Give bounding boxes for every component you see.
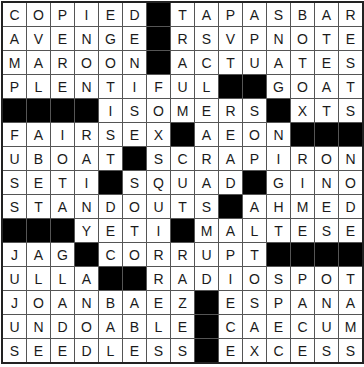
letter-cell-r7c15[interactable]: N: [339, 147, 362, 170]
black-cell-r3c7: [147, 51, 170, 74]
letter-cell-r9c7[interactable]: U: [147, 195, 170, 218]
letter-cell-r11c11[interactable]: T: [243, 243, 266, 266]
letter-cell-r6c1[interactable]: F: [3, 123, 26, 146]
letter-cell-r3c10[interactable]: T: [219, 51, 242, 74]
letter-cell-r9c1[interactable]: S: [3, 195, 26, 218]
letter-cell-r9c3[interactable]: A: [51, 195, 74, 218]
letter-cell-r10c7[interactable]: I: [147, 219, 170, 242]
letter-cell-r12c3[interactable]: L: [51, 267, 74, 290]
letter-cell-r10c11[interactable]: L: [243, 219, 266, 242]
letter-cell-r6c3[interactable]: I: [51, 123, 74, 146]
letter-cell-r8c9[interactable]: A: [195, 171, 218, 194]
letter-cell-r2c12[interactable]: N: [267, 27, 290, 50]
letter-cell-r5c5[interactable]: I: [99, 99, 122, 122]
letter-cell-r1c15[interactable]: R: [339, 3, 362, 26]
letter-cell-r4c1[interactable]: P: [3, 75, 26, 98]
letter-cell-r2c10[interactable]: V: [219, 27, 242, 50]
letter-cell-r12c14[interactable]: O: [315, 267, 338, 290]
letter-cell-r7c12[interactable]: I: [267, 147, 290, 170]
black-cell-r2c7: [147, 27, 170, 50]
letter-cell-r8c1[interactable]: S: [3, 171, 26, 194]
letter-cell-r2c11[interactable]: P: [243, 27, 266, 50]
letter-cell-r15c4[interactable]: D: [75, 339, 98, 362]
letter-cell-r9c8[interactable]: T: [171, 195, 194, 218]
letter-cell-r2c4[interactable]: N: [75, 27, 98, 50]
crossword-grid: COPIEDTAPASBARAVENGERSVPNOTEMAROONACTUAT…: [1, 1, 364, 364]
letter-cell-r7c1[interactable]: U: [3, 147, 26, 170]
letter-cell-r2c8[interactable]: R: [171, 27, 194, 50]
letter-cell-r3c5[interactable]: O: [99, 51, 122, 74]
letter-cell-r2c1[interactable]: A: [3, 27, 26, 50]
letter-cell-r5c7[interactable]: O: [147, 99, 170, 122]
letter-cell-r13c8[interactable]: Z: [171, 291, 194, 314]
black-cell-r8c11: [243, 171, 266, 194]
letter-cell-r11c1[interactable]: J: [3, 243, 26, 266]
letter-cell-r14c10[interactable]: C: [219, 315, 242, 338]
letter-cell-r14c12[interactable]: E: [267, 315, 290, 338]
letter-cell-r13c5[interactable]: B: [99, 291, 122, 314]
black-cell-r15c9: [195, 339, 218, 362]
letter-cell-r8c6[interactable]: S: [123, 171, 146, 194]
letter-cell-r10c5[interactable]: E: [99, 219, 122, 242]
black-cell-r9c10: [219, 195, 242, 218]
letter-cell-r8c15[interactable]: O: [339, 171, 362, 194]
letter-cell-r14c15[interactable]: M: [339, 315, 362, 338]
black-cell-r6c13: [291, 123, 314, 146]
letter-cell-r6c5[interactable]: S: [99, 123, 122, 146]
letter-cell-r5c13[interactable]: X: [291, 99, 314, 122]
letter-cell-r2c13[interactable]: O: [291, 27, 314, 50]
letter-cell-r4c5[interactable]: T: [99, 75, 122, 98]
letter-cell-r7c8[interactable]: C: [171, 147, 194, 170]
letter-cell-r1c10[interactable]: P: [219, 3, 242, 26]
letter-cell-r10c4[interactable]: Y: [75, 219, 98, 242]
letter-cell-r7c9[interactable]: R: [195, 147, 218, 170]
black-cell-r11c15: [339, 243, 362, 266]
letter-cell-r12c9[interactable]: D: [195, 267, 218, 290]
black-cell-r10c2: [27, 219, 50, 242]
letter-cell-r6c9[interactable]: A: [195, 123, 218, 146]
letter-cell-r12c2[interactable]: L: [27, 267, 50, 290]
letter-cell-r4c9[interactable]: L: [195, 75, 218, 98]
letter-cell-r15c6[interactable]: E: [123, 339, 146, 362]
black-cell-r10c3: [51, 219, 74, 242]
black-cell-r10c1: [3, 219, 26, 242]
black-cell-r11c13: [291, 243, 314, 266]
letter-cell-r11c9[interactable]: U: [195, 243, 218, 266]
crossword-page: COPIEDTAPASBARAVENGERSVPNOTEMAROONACTUAT…: [0, 0, 364, 365]
letter-cell-r2c9[interactable]: S: [195, 27, 218, 50]
letter-cell-r14c2[interactable]: N: [27, 315, 50, 338]
letter-cell-r10c13[interactable]: E: [291, 219, 314, 242]
letter-cell-r5c10[interactable]: R: [219, 99, 242, 122]
letter-cell-r1c13[interactable]: B: [291, 3, 314, 26]
black-cell-r5c3: [51, 99, 74, 122]
letter-cell-r8c8[interactable]: U: [171, 171, 194, 194]
letter-cell-r9c9[interactable]: S: [195, 195, 218, 218]
letter-cell-r8c10[interactable]: D: [219, 171, 242, 194]
black-cell-r5c1: [3, 99, 26, 122]
letter-cell-r3c6[interactable]: N: [123, 51, 146, 74]
letter-cell-r4c8[interactable]: U: [171, 75, 194, 98]
letter-cell-r9c14[interactable]: E: [315, 195, 338, 218]
letter-cell-r8c14[interactable]: N: [315, 171, 338, 194]
letter-cell-r14c11[interactable]: A: [243, 315, 266, 338]
letter-cell-r6c4[interactable]: R: [75, 123, 98, 146]
letter-cell-r14c14[interactable]: U: [315, 315, 338, 338]
letter-cell-r1c12[interactable]: S: [267, 3, 290, 26]
letter-cell-r8c7[interactable]: Q: [147, 171, 170, 194]
letter-cell-r3c15[interactable]: S: [339, 51, 362, 74]
letter-cell-r7c5[interactable]: T: [99, 147, 122, 170]
letter-cell-r1c2[interactable]: O: [27, 3, 50, 26]
black-cell-r11c12: [267, 243, 290, 266]
black-cell-r6c8: [171, 123, 194, 146]
letter-cell-r4c12[interactable]: G: [267, 75, 290, 98]
letter-cell-r10c14[interactable]: S: [315, 219, 338, 242]
letter-cell-r14c3[interactable]: D: [51, 315, 74, 338]
letter-cell-r14c6[interactable]: B: [123, 315, 146, 338]
letter-cell-r6c6[interactable]: E: [123, 123, 146, 146]
letter-cell-r5c6[interactable]: S: [123, 99, 146, 122]
letter-cell-r13c12[interactable]: P: [267, 291, 290, 314]
letter-cell-r4c3[interactable]: E: [51, 75, 74, 98]
letter-cell-r11c8[interactable]: R: [171, 243, 194, 266]
letter-cell-r12c7[interactable]: R: [147, 267, 170, 290]
black-cell-r5c2: [27, 99, 50, 122]
letter-cell-r3c14[interactable]: E: [315, 51, 338, 74]
letter-cell-r3c4[interactable]: O: [75, 51, 98, 74]
black-cell-r10c8: [171, 219, 194, 242]
letter-cell-r15c12[interactable]: C: [267, 339, 290, 362]
black-cell-r12c6: [123, 267, 146, 290]
letter-cell-r3c8[interactable]: A: [171, 51, 194, 74]
letter-cell-r8c2[interactable]: E: [27, 171, 50, 194]
letter-cell-r8c12[interactable]: G: [267, 171, 290, 194]
letter-cell-r13c3[interactable]: A: [51, 291, 74, 314]
letter-cell-r12c4[interactable]: A: [75, 267, 98, 290]
letter-cell-r8c4[interactable]: I: [75, 171, 98, 194]
letter-cell-r7c2[interactable]: B: [27, 147, 50, 170]
letter-cell-r9c15[interactable]: D: [339, 195, 362, 218]
letter-cell-r6c2[interactable]: A: [27, 123, 50, 146]
black-cell-r8c5: [99, 171, 122, 194]
letter-cell-r13c15[interactable]: A: [339, 291, 362, 314]
letter-cell-r7c4[interactable]: A: [75, 147, 98, 170]
letter-cell-r14c1[interactable]: U: [3, 315, 26, 338]
letter-cell-r14c8[interactable]: E: [171, 315, 194, 338]
letter-cell-r2c6[interactable]: E: [123, 27, 146, 50]
letter-cell-r15c10[interactable]: E: [219, 339, 242, 362]
black-cell-r7c6: [123, 147, 146, 170]
letter-cell-r12c15[interactable]: T: [339, 267, 362, 290]
letter-cell-r14c4[interactable]: O: [75, 315, 98, 338]
letter-cell-r1c11[interactable]: A: [243, 3, 266, 26]
letter-cell-r3c11[interactable]: U: [243, 51, 266, 74]
letter-cell-r12c8[interactable]: A: [171, 267, 194, 290]
black-cell-r4c11: [243, 75, 266, 98]
letter-cell-r1c9[interactable]: A: [195, 3, 218, 26]
black-cell-r12c5: [99, 267, 122, 290]
letter-cell-r2c5[interactable]: G: [99, 27, 122, 50]
letter-cell-r3c3[interactable]: R: [51, 51, 74, 74]
letter-cell-r5c11[interactable]: S: [243, 99, 266, 122]
black-cell-r4c10: [219, 75, 242, 98]
black-cell-r11c14: [315, 243, 338, 266]
letter-cell-r7c7[interactable]: S: [147, 147, 170, 170]
letter-cell-r9c12[interactable]: H: [267, 195, 290, 218]
letter-cell-r15c11[interactable]: X: [243, 339, 266, 362]
letter-cell-r15c2[interactable]: E: [27, 339, 50, 362]
letter-cell-r14c7[interactable]: L: [147, 315, 170, 338]
letter-cell-r13c4[interactable]: N: [75, 291, 98, 314]
letter-cell-r4c7[interactable]: F: [147, 75, 170, 98]
letter-cell-r15c14[interactable]: S: [315, 339, 338, 362]
letter-cell-r9c13[interactable]: M: [291, 195, 314, 218]
letter-cell-r5c14[interactable]: T: [315, 99, 338, 122]
letter-cell-r15c15[interactable]: S: [339, 339, 362, 362]
letter-cell-r7c11[interactable]: P: [243, 147, 266, 170]
black-cell-r6c15: [339, 123, 362, 146]
letter-cell-r1c4[interactable]: I: [75, 3, 98, 26]
black-cell-r14c9: [195, 315, 218, 338]
letter-cell-r11c6[interactable]: O: [123, 243, 146, 266]
letter-cell-r15c13[interactable]: E: [291, 339, 314, 362]
letter-cell-r2c14[interactable]: T: [315, 27, 338, 50]
letter-cell-r13c6[interactable]: A: [123, 291, 146, 314]
letter-cell-r4c15[interactable]: T: [339, 75, 362, 98]
letter-cell-r8c13[interactable]: I: [291, 171, 314, 194]
letter-cell-r15c3[interactable]: E: [51, 339, 74, 362]
letter-cell-r8c3[interactable]: T: [51, 171, 74, 194]
letter-cell-r2c3[interactable]: E: [51, 27, 74, 50]
letter-cell-r12c13[interactable]: P: [291, 267, 314, 290]
letter-cell-r10c15[interactable]: E: [339, 219, 362, 242]
letter-cell-r3c12[interactable]: A: [267, 51, 290, 74]
letter-cell-r2c15[interactable]: E: [339, 27, 362, 50]
letter-cell-r13c14[interactable]: N: [315, 291, 338, 314]
letter-cell-r13c10[interactable]: E: [219, 291, 242, 314]
letter-cell-r3c1[interactable]: M: [3, 51, 26, 74]
letter-cell-r14c13[interactable]: C: [291, 315, 314, 338]
letter-cell-r12c12[interactable]: S: [267, 267, 290, 290]
letter-cell-r14c5[interactable]: A: [99, 315, 122, 338]
letter-cell-r9c5[interactable]: D: [99, 195, 122, 218]
black-cell-r11c4: [75, 243, 98, 266]
letter-cell-r7c14[interactable]: O: [315, 147, 338, 170]
letter-cell-r1c14[interactable]: A: [315, 3, 338, 26]
black-cell-r5c4: [75, 99, 98, 122]
black-cell-r5c12: [267, 99, 290, 122]
letter-cell-r6c10[interactable]: E: [219, 123, 242, 146]
letter-cell-r12c1[interactable]: U: [3, 267, 26, 290]
letter-cell-r9c2[interactable]: T: [27, 195, 50, 218]
letter-cell-r4c6[interactable]: I: [123, 75, 146, 98]
letter-cell-r11c2[interactable]: A: [27, 243, 50, 266]
letter-cell-r13c11[interactable]: S: [243, 291, 266, 314]
letter-cell-r7c13[interactable]: R: [291, 147, 314, 170]
letter-cell-r7c3[interactable]: O: [51, 147, 74, 170]
letter-cell-r15c7[interactable]: S: [147, 339, 170, 362]
letter-cell-r3c13[interactable]: T: [291, 51, 314, 74]
letter-cell-r4c13[interactable]: O: [291, 75, 314, 98]
letter-cell-r13c2[interactable]: O: [27, 291, 50, 314]
letter-cell-r5c8[interactable]: M: [171, 99, 194, 122]
letter-cell-r9c4[interactable]: N: [75, 195, 98, 218]
letter-cell-r2c2[interactable]: V: [27, 27, 50, 50]
letter-cell-r6c12[interactable]: N: [267, 123, 290, 146]
letter-cell-r15c8[interactable]: S: [171, 339, 194, 362]
letter-cell-r1c3[interactable]: P: [51, 3, 74, 26]
letter-cell-r11c7[interactable]: R: [147, 243, 170, 266]
letter-cell-r13c13[interactable]: A: [291, 291, 314, 314]
letter-cell-r3c2[interactable]: A: [27, 51, 50, 74]
letter-cell-r9c11[interactable]: A: [243, 195, 266, 218]
letter-cell-r10c10[interactable]: A: [219, 219, 242, 242]
letter-cell-r10c9[interactable]: M: [195, 219, 218, 242]
letter-cell-r1c1[interactable]: C: [3, 3, 26, 26]
letter-cell-r15c1[interactable]: S: [3, 339, 26, 362]
letter-cell-r6c11[interactable]: O: [243, 123, 266, 146]
letter-cell-r3c9[interactable]: C: [195, 51, 218, 74]
letter-cell-r4c4[interactable]: N: [75, 75, 98, 98]
letter-cell-r15c5[interactable]: L: [99, 339, 122, 362]
letter-cell-r12c11[interactable]: O: [243, 267, 266, 290]
letter-cell-r4c14[interactable]: A: [315, 75, 338, 98]
letter-cell-r13c7[interactable]: E: [147, 291, 170, 314]
letter-cell-r10c12[interactable]: T: [267, 219, 290, 242]
letter-cell-r4c2[interactable]: L: [27, 75, 50, 98]
letter-cell-r6c7[interactable]: X: [147, 123, 170, 146]
letter-cell-r12c10[interactable]: I: [219, 267, 242, 290]
letter-cell-r7c10[interactable]: A: [219, 147, 242, 170]
letter-cell-r1c5[interactable]: E: [99, 3, 122, 26]
black-cell-r6c14: [315, 123, 338, 146]
letter-cell-r11c5[interactable]: C: [99, 243, 122, 266]
black-cell-r13c9: [195, 291, 218, 314]
letter-cell-r9c6[interactable]: O: [123, 195, 146, 218]
letter-cell-r11c10[interactable]: P: [219, 243, 242, 266]
letter-cell-r1c6[interactable]: D: [123, 3, 146, 26]
letter-cell-r10c6[interactable]: T: [123, 219, 146, 242]
letter-cell-r13c1[interactable]: J: [3, 291, 26, 314]
letter-cell-r5c15[interactable]: S: [339, 99, 362, 122]
letter-cell-r5c9[interactable]: E: [195, 99, 218, 122]
letter-cell-r11c3[interactable]: G: [51, 243, 74, 266]
letter-cell-r1c8[interactable]: T: [171, 3, 194, 26]
black-cell-r1c7: [147, 3, 170, 26]
